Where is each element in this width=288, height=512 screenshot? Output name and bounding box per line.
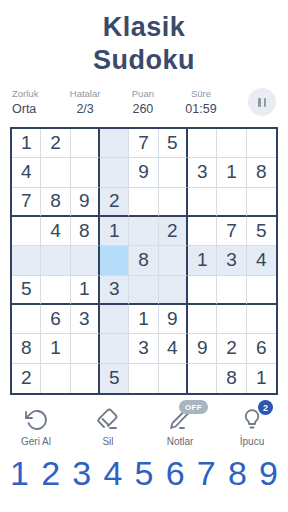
cell-r7c6[interactable]: 9 <box>159 305 188 334</box>
cell-r3c6[interactable] <box>159 188 188 217</box>
cell-r1c6[interactable]: 5 <box>159 129 188 158</box>
cell-r7c4[interactable] <box>100 305 129 334</box>
cell-r2c2[interactable] <box>41 158 70 187</box>
cell-r5c8[interactable]: 3 <box>217 246 246 275</box>
score-value: 260 <box>132 102 154 116</box>
cell-r3c7[interactable] <box>188 188 217 217</box>
cell-r9c8[interactable]: 8 <box>217 364 246 393</box>
cell-r8c2[interactable]: 1 <box>41 334 70 363</box>
numpad-6[interactable]: 6 <box>166 450 185 496</box>
cell-r2c9[interactable]: 8 <box>247 158 276 187</box>
bulb-icon: 2 <box>240 407 264 431</box>
cell-r4c7[interactable] <box>188 217 217 246</box>
cell-r1c7[interactable] <box>188 129 217 158</box>
sudoku-board: 1275493187892481275813451363198134926258… <box>10 127 278 395</box>
notes-off-badge: OFF <box>179 400 208 414</box>
stat-mistakes: Hatalar 2/3 <box>70 88 101 116</box>
cell-r3c8[interactable] <box>217 188 246 217</box>
cell-r8c7[interactable]: 9 <box>188 334 217 363</box>
cell-r3c2[interactable]: 8 <box>41 188 70 217</box>
cell-r1c3[interactable] <box>71 129 100 158</box>
cell-r5c9[interactable]: 4 <box>247 246 276 275</box>
cell-r5c1[interactable] <box>12 246 41 275</box>
mistakes-label: Hatalar <box>70 88 101 99</box>
pause-icon <box>258 98 261 107</box>
sudoku-app: Klasik Sudoku Zorluk Orta Hatalar 2/3 Pu… <box>0 0 288 512</box>
cell-r8c4[interactable] <box>100 334 129 363</box>
cell-r9c6[interactable] <box>159 364 188 393</box>
cell-r5c4[interactable] <box>100 246 129 275</box>
cell-r2c8[interactable]: 1 <box>217 158 246 187</box>
title-line2: Sudoku <box>0 44 288 77</box>
notes-label: Notlar <box>167 436 194 447</box>
cell-r5c2[interactable] <box>41 246 70 275</box>
numpad-5[interactable]: 5 <box>135 450 154 496</box>
cell-r2c1[interactable]: 4 <box>12 158 41 187</box>
erase-label: Sil <box>102 436 113 447</box>
cell-r4c3[interactable]: 8 <box>71 217 100 246</box>
cell-r6c4[interactable]: 3 <box>100 276 129 305</box>
cell-r6c3[interactable]: 1 <box>71 276 100 305</box>
cell-r4c8[interactable]: 7 <box>217 217 246 246</box>
mistakes-value: 2/3 <box>70 102 101 116</box>
cell-r7c7[interactable] <box>188 305 217 334</box>
pencil-icon: OFF <box>168 407 192 431</box>
cell-r1c4[interactable] <box>100 129 129 158</box>
stats-bar: Zorluk Orta Hatalar 2/3 Puan 260 Süre 01… <box>0 88 288 116</box>
cell-r5c3[interactable] <box>71 246 100 275</box>
cell-r2c4[interactable] <box>100 158 129 187</box>
cell-r3c9[interactable] <box>247 188 276 217</box>
cell-r8c1[interactable]: 8 <box>12 334 41 363</box>
numpad-3[interactable]: 3 <box>72 450 91 496</box>
cell-r2c5[interactable]: 9 <box>129 158 158 187</box>
cell-r3c4[interactable]: 2 <box>100 188 129 217</box>
cell-r9c9[interactable]: 1 <box>247 364 276 393</box>
cell-r8c5[interactable]: 3 <box>129 334 158 363</box>
stat-score: Puan 260 <box>132 88 154 116</box>
cell-r4c6[interactable]: 2 <box>159 217 188 246</box>
cell-r1c1[interactable]: 1 <box>12 129 41 158</box>
erase-button[interactable]: Sil <box>78 407 138 447</box>
hint-label: İpucu <box>240 436 264 447</box>
cell-r1c5[interactable]: 7 <box>129 129 158 158</box>
time-value: 01:59 <box>185 102 216 116</box>
numpad-4[interactable]: 4 <box>103 450 122 496</box>
cell-r1c8[interactable] <box>217 129 246 158</box>
cell-r5c7[interactable]: 1 <box>188 246 217 275</box>
score-label: Puan <box>132 88 154 99</box>
time-label: Süre <box>185 88 216 99</box>
numpad-7[interactable]: 7 <box>197 450 216 496</box>
cell-r8c3[interactable] <box>71 334 100 363</box>
cell-r6c1[interactable]: 5 <box>12 276 41 305</box>
hint-count-badge: 2 <box>258 400 273 415</box>
difficulty-label: Zorluk <box>12 88 38 99</box>
numpad-8[interactable]: 8 <box>228 450 247 496</box>
cell-r8c8[interactable]: 2 <box>217 334 246 363</box>
stat-difficulty: Zorluk Orta <box>12 88 38 116</box>
undo-label: Geri Al <box>21 436 51 447</box>
undo-button[interactable]: Geri Al <box>6 407 66 447</box>
cell-r6c7[interactable] <box>188 276 217 305</box>
title-line1: Klasik <box>0 11 288 44</box>
cell-r9c5[interactable] <box>129 364 158 393</box>
cell-r6c2[interactable] <box>41 276 70 305</box>
cell-r3c5[interactable] <box>129 188 158 217</box>
cell-r7c8[interactable] <box>217 305 246 334</box>
page-title: Klasik Sudoku <box>0 11 288 77</box>
pause-button[interactable] <box>248 88 276 116</box>
cell-r4c1[interactable] <box>12 217 41 246</box>
cell-r9c2[interactable] <box>41 364 70 393</box>
stat-time: Süre 01:59 <box>185 88 216 116</box>
cell-r3c1[interactable]: 7 <box>12 188 41 217</box>
cell-r9c4[interactable]: 5 <box>100 364 129 393</box>
cell-r1c2[interactable]: 2 <box>41 129 70 158</box>
cell-r6c8[interactable] <box>217 276 246 305</box>
cell-r6c9[interactable] <box>247 276 276 305</box>
toolbar: Geri Al Sil OFF Notlar 2 İpucu <box>0 407 288 447</box>
cell-r1c9[interactable] <box>247 129 276 158</box>
difficulty-value: Orta <box>12 102 38 116</box>
cell-r7c5[interactable]: 1 <box>129 305 158 334</box>
cell-r9c1[interactable]: 2 <box>12 364 41 393</box>
cell-r6c6[interactable] <box>159 276 188 305</box>
cell-r3c3[interactable]: 9 <box>71 188 100 217</box>
cell-r7c9[interactable] <box>247 305 276 334</box>
cell-r7c2[interactable]: 6 <box>41 305 70 334</box>
cell-r4c4[interactable]: 1 <box>100 217 129 246</box>
cell-r9c3[interactable] <box>71 364 100 393</box>
cell-r2c7[interactable]: 3 <box>188 158 217 187</box>
cell-r8c6[interactable]: 4 <box>159 334 188 363</box>
cell-r7c3[interactable]: 3 <box>71 305 100 334</box>
cell-r2c6[interactable] <box>159 158 188 187</box>
hint-button[interactable]: 2 İpucu <box>222 407 282 447</box>
cell-r9c7[interactable] <box>188 364 217 393</box>
cell-r4c9[interactable]: 5 <box>247 217 276 246</box>
cell-r8c9[interactable]: 6 <box>247 334 276 363</box>
numpad-2[interactable]: 2 <box>41 450 60 496</box>
notes-button[interactable]: OFF Notlar <box>150 407 210 447</box>
cell-r5c5[interactable]: 8 <box>129 246 158 275</box>
numpad-9[interactable]: 9 <box>259 450 278 496</box>
cell-r2c3[interactable] <box>71 158 100 187</box>
undo-icon <box>24 407 48 431</box>
numpad-1[interactable]: 1 <box>10 450 29 496</box>
cell-r7c1[interactable] <box>12 305 41 334</box>
number-pad: 123456789 <box>0 450 288 496</box>
cell-r4c5[interactable] <box>129 217 158 246</box>
eraser-icon <box>96 407 120 431</box>
cell-r4c2[interactable]: 4 <box>41 217 70 246</box>
cell-r5c6[interactable] <box>159 246 188 275</box>
cell-r6c5[interactable] <box>129 276 158 305</box>
